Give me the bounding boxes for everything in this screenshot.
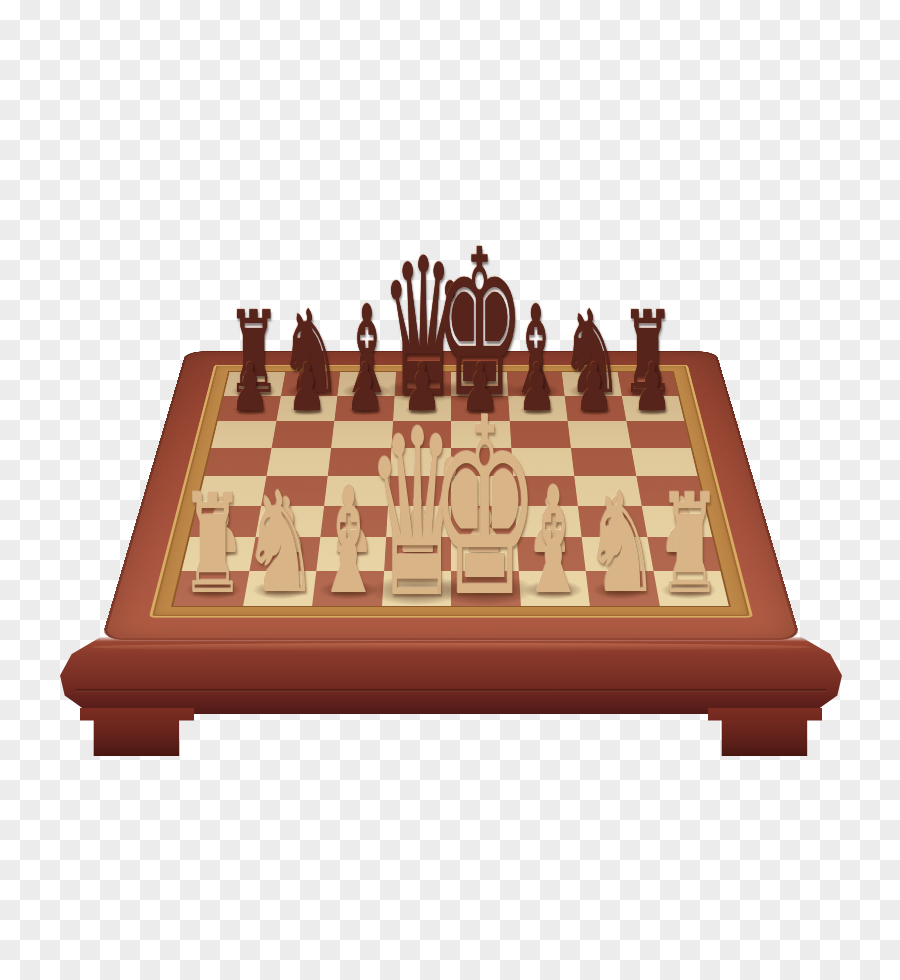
black-pawn-glyph: ♟	[573, 355, 617, 421]
black-pawn-glyph: ♟	[286, 355, 330, 421]
board-foot-right	[708, 708, 822, 756]
white-knight-glyph: ♞	[578, 474, 664, 613]
board-foot-left	[80, 708, 194, 756]
white-rook-glyph: ♜	[654, 476, 725, 613]
chess-set-photo: ♜♞♝♛♚♝♞♜♟♟♟♟♟♟♟♟♟♟♟♟♟♟♟♟♜♞♝♛♚♝♞♜	[0, 0, 900, 980]
black-pawn-glyph: ♟	[630, 355, 674, 421]
black-pawn-glyph: ♟	[228, 355, 272, 421]
transparent-background: ♜♞♝♛♚♝♞♜♟♟♟♟♟♟♟♟♟♟♟♟♟♟♟♟♜♞♝♛♚♝♞♜	[0, 0, 900, 980]
